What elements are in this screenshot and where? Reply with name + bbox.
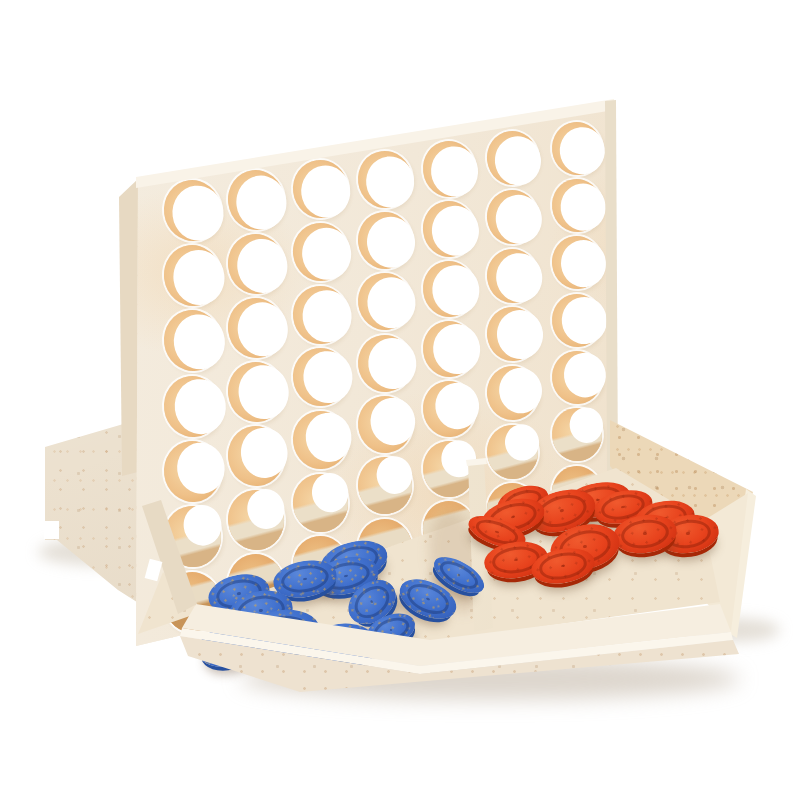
board-hole-c2r4 — [225, 359, 288, 425]
board-hole-c1r3 — [160, 307, 224, 374]
board-hole-c3r2 — [290, 220, 351, 285]
board-hole-c1r2 — [160, 242, 224, 309]
board-hole-c2r3 — [225, 295, 288, 361]
board-hole-c6r2 — [484, 187, 541, 247]
board-hole-c3r3 — [290, 282, 351, 347]
board-hole-c2r5 — [225, 423, 288, 489]
board-hole-c7r1 — [549, 119, 605, 178]
disc-ring — [537, 549, 588, 582]
board-hole-c4r4 — [354, 331, 414, 394]
board-hole-c4r6 — [354, 454, 414, 517]
board-hole-c7r6 — [549, 405, 605, 464]
disc-ring — [620, 517, 671, 551]
board-hole-c2r2 — [225, 231, 288, 297]
board-hole-c5r2 — [419, 198, 478, 260]
board-hole-c7r5 — [549, 348, 605, 407]
board-hole-c2r1 — [225, 167, 288, 233]
board-hole-c3r1 — [290, 157, 351, 222]
connect-four-product-photo — [0, 0, 800, 800]
board-hole-c4r3 — [354, 270, 414, 333]
board-hole-c3r6 — [290, 470, 351, 535]
board-hole-c5r1 — [419, 138, 478, 200]
board-hole-c6r3 — [484, 246, 541, 306]
board-hole-c6r1 — [484, 128, 541, 188]
board-hole-c1r4 — [160, 372, 224, 439]
board-hole-c1r5 — [160, 438, 224, 505]
board-hole-c5r5 — [419, 378, 478, 440]
disc-ring — [279, 562, 330, 596]
board-hole-c6r6 — [484, 422, 541, 482]
case-base-notch — [44, 521, 59, 539]
board-hole-c1r1 — [160, 176, 224, 243]
board-hole-c3r4 — [290, 345, 351, 410]
board-hole-c3r5 — [290, 408, 351, 473]
board-hole-c4r1 — [354, 147, 414, 210]
board-hole-c7r4 — [549, 291, 605, 350]
board-hole-c6r4 — [484, 304, 541, 364]
board-hole-c5r4 — [419, 318, 478, 380]
board-hole-c7r2 — [549, 176, 605, 235]
board-hole-c7r3 — [549, 233, 605, 292]
board-hole-c4r2 — [354, 209, 414, 272]
board-hole-c5r3 — [419, 258, 478, 320]
board-hole-c6r5 — [484, 363, 541, 423]
board-hole-c4r5 — [354, 393, 414, 456]
board-hole-c2r6 — [225, 487, 288, 553]
